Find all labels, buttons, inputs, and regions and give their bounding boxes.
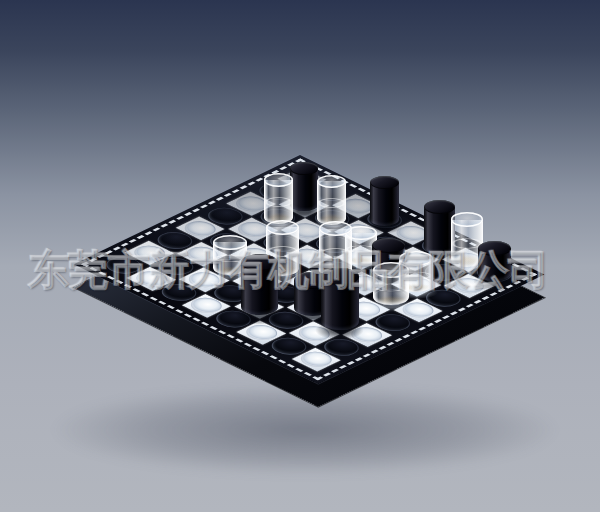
product-photo: 东莞市新力有机制品有限公司 xyxy=(0,0,600,512)
checkers-piece-black-short xyxy=(478,241,512,281)
cylinder-top-face xyxy=(478,241,512,256)
cylinder-top-face xyxy=(321,268,359,285)
checkers-piece-black-tall xyxy=(370,176,399,227)
cylinder-top-face xyxy=(290,162,318,175)
checkers-piece-clear-tall xyxy=(317,175,346,226)
checkers-piece-clear-tall xyxy=(264,173,293,224)
cylinder-top-face xyxy=(370,176,399,189)
checkers-piece-black-tall xyxy=(290,162,318,211)
checkers-piece-clear-short xyxy=(373,262,409,305)
checkers-piece-black-tall xyxy=(241,254,278,315)
piece-layer xyxy=(0,0,600,512)
cylinder-top-face xyxy=(451,212,484,227)
cylinder-body xyxy=(290,169,318,212)
cylinder-top-face xyxy=(241,254,278,271)
cylinder-top-face xyxy=(317,175,346,188)
checkers-piece-black-tall xyxy=(321,268,359,331)
cylinder-top-face xyxy=(373,262,409,278)
cylinder-top-face xyxy=(264,173,293,186)
cylinder-top-face xyxy=(213,235,247,250)
